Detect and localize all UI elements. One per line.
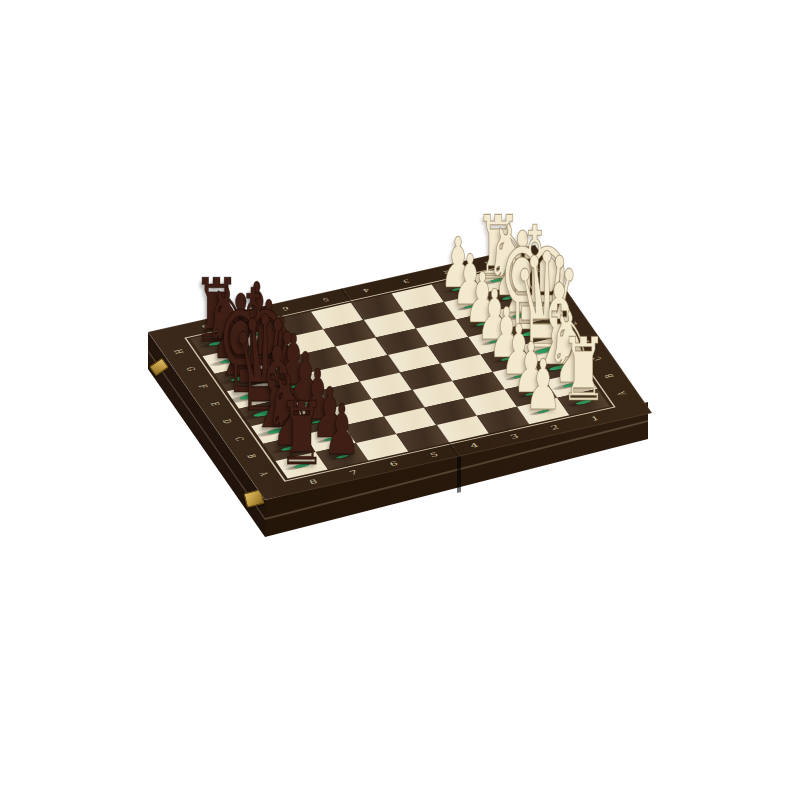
white-rook-icon[interactable]: ♜ [560,326,606,413]
chess-set-photo: HGFEDCBAHGFEDCBA8765432187654321 ♜♞♝♛♚♝♞… [0,0,800,800]
black-pawn-icon[interactable]: ♟ [324,396,361,465]
chess-board: HGFEDCBAHGFEDCBA8765432187654321 ♜♞♝♛♚♝♞… [148,245,652,500]
black-rook-icon[interactable]: ♜ [279,390,325,477]
pieces-layer: ♜♞♝♛♚♝♞♜♟♟♟♟♟♟♟♟♟♟♟♟♟♟♟♟♜♞♝♛♚♝♞♜ [148,245,652,500]
white-pawn-icon[interactable]: ♟ [525,351,562,420]
brass-hinge-icon [149,357,169,376]
